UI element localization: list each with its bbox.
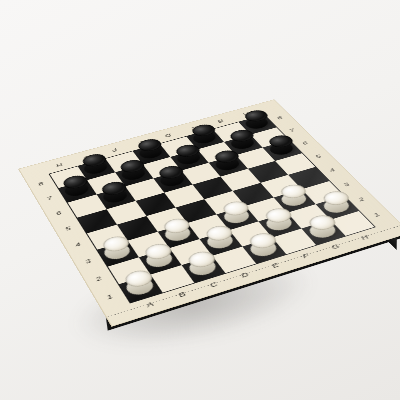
product-photo-stage: ABCDEFGH ABCDEFGH 87654321 87654321 <box>0 0 400 400</box>
